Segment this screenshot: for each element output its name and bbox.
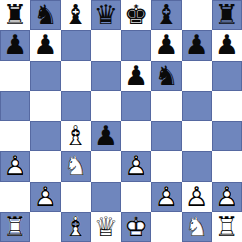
piece-outline: ♘ xyxy=(182,212,212,242)
square-h2[interactable]: ♟♙ xyxy=(212,182,242,212)
piece-black-queen[interactable]: ♛ xyxy=(91,0,121,30)
piece-black-pawn[interactable]: ♟ xyxy=(0,30,30,60)
piece-outline: ♙ xyxy=(151,182,181,212)
square-f8[interactable]: ♝ xyxy=(151,0,181,30)
square-f3[interactable] xyxy=(151,151,181,181)
square-e3[interactable]: ♟♙ xyxy=(121,151,151,181)
square-d1[interactable]: ♛♕ xyxy=(91,212,121,242)
square-f5[interactable] xyxy=(151,91,181,121)
square-b1[interactable] xyxy=(30,212,60,242)
square-c7[interactable] xyxy=(61,30,91,60)
piece-black-rook[interactable]: ♜ xyxy=(0,0,30,30)
square-c2[interactable] xyxy=(61,182,91,212)
square-g4[interactable] xyxy=(182,121,212,151)
square-e7[interactable] xyxy=(121,30,151,60)
piece-black-pawn[interactable]: ♟ xyxy=(212,30,242,60)
piece-outline: ♙ xyxy=(212,182,242,212)
piece-outline: ♙ xyxy=(182,182,212,212)
piece-black-bishop[interactable]: ♝ xyxy=(151,0,181,30)
square-e5[interactable] xyxy=(121,91,151,121)
square-h6[interactable] xyxy=(212,61,242,91)
piece-black-rook[interactable]: ♜ xyxy=(212,0,242,30)
piece-black-bishop[interactable]: ♝ xyxy=(61,0,91,30)
piece-black-king[interactable]: ♚ xyxy=(121,0,151,30)
square-e1[interactable]: ♚♔ xyxy=(121,212,151,242)
square-c8[interactable]: ♝ xyxy=(61,0,91,30)
square-d8[interactable]: ♛ xyxy=(91,0,121,30)
square-b3[interactable] xyxy=(30,151,60,181)
square-e6[interactable]: ♟ xyxy=(121,61,151,91)
square-g1[interactable]: ♞♘ xyxy=(182,212,212,242)
square-b6[interactable] xyxy=(30,61,60,91)
square-h7[interactable]: ♟ xyxy=(212,30,242,60)
piece-black-knight[interactable]: ♞ xyxy=(151,61,181,91)
piece-black-knight[interactable]: ♞ xyxy=(30,0,60,30)
piece-black-pawn[interactable]: ♟ xyxy=(121,61,151,91)
square-d7[interactable] xyxy=(91,30,121,60)
piece-outline: ♔ xyxy=(121,212,151,242)
piece-white-pawn[interactable]: ♟♙ xyxy=(121,151,151,181)
square-g6[interactable] xyxy=(182,61,212,91)
square-b7[interactable]: ♟ xyxy=(30,30,60,60)
square-c1[interactable]: ♝♗ xyxy=(61,212,91,242)
piece-white-queen[interactable]: ♛♕ xyxy=(91,212,121,242)
square-c3[interactable]: ♞♘ xyxy=(61,151,91,181)
square-e2[interactable] xyxy=(121,182,151,212)
piece-white-pawn[interactable]: ♟♙ xyxy=(212,182,242,212)
square-h5[interactable] xyxy=(212,91,242,121)
square-a8[interactable]: ♜ xyxy=(0,0,30,30)
square-a2[interactable] xyxy=(0,182,30,212)
square-b5[interactable] xyxy=(30,91,60,121)
piece-white-pawn[interactable]: ♟♙ xyxy=(0,151,30,181)
square-f2[interactable]: ♟♙ xyxy=(151,182,181,212)
square-g7[interactable]: ♟ xyxy=(182,30,212,60)
piece-black-pawn[interactable]: ♟ xyxy=(182,30,212,60)
square-g3[interactable] xyxy=(182,151,212,181)
square-g2[interactable]: ♟♙ xyxy=(182,182,212,212)
square-f6[interactable]: ♞ xyxy=(151,61,181,91)
piece-outline: ♖ xyxy=(212,212,242,242)
square-a4[interactable] xyxy=(0,121,30,151)
piece-black-pawn[interactable]: ♟ xyxy=(91,121,121,151)
piece-white-knight[interactable]: ♞♘ xyxy=(182,212,212,242)
piece-outline: ♕ xyxy=(91,212,121,242)
square-c6[interactable] xyxy=(61,61,91,91)
square-f4[interactable] xyxy=(151,121,181,151)
square-c4[interactable]: ♝♗ xyxy=(61,121,91,151)
square-d5[interactable] xyxy=(91,91,121,121)
square-e4[interactable] xyxy=(121,121,151,151)
square-d4[interactable]: ♟ xyxy=(91,121,121,151)
square-h1[interactable]: ♜♖ xyxy=(212,212,242,242)
piece-outline: ♗ xyxy=(61,212,91,242)
piece-outline: ♙ xyxy=(30,182,60,212)
piece-outline: ♙ xyxy=(0,151,30,181)
square-d2[interactable] xyxy=(91,182,121,212)
piece-white-bishop[interactable]: ♝♗ xyxy=(61,121,91,151)
square-a5[interactable] xyxy=(0,91,30,121)
square-h8[interactable]: ♜ xyxy=(212,0,242,30)
square-f1[interactable] xyxy=(151,212,181,242)
piece-white-pawn[interactable]: ♟♙ xyxy=(30,182,60,212)
square-h4[interactable] xyxy=(212,121,242,151)
square-b8[interactable]: ♞ xyxy=(30,0,60,30)
piece-outline: ♘ xyxy=(61,151,91,181)
square-f7[interactable]: ♟ xyxy=(151,30,181,60)
square-c5[interactable] xyxy=(61,91,91,121)
square-g8[interactable] xyxy=(182,0,212,30)
square-g5[interactable] xyxy=(182,91,212,121)
square-b2[interactable]: ♟♙ xyxy=(30,182,60,212)
piece-white-pawn[interactable]: ♟♙ xyxy=(182,182,212,212)
piece-white-rook[interactable]: ♜♖ xyxy=(0,212,30,242)
square-d6[interactable] xyxy=(91,61,121,91)
piece-outline: ♗ xyxy=(61,121,91,151)
piece-white-bishop[interactable]: ♝♗ xyxy=(61,212,91,242)
piece-white-pawn[interactable]: ♟♙ xyxy=(151,182,181,212)
piece-white-rook[interactable]: ♜♖ xyxy=(212,212,242,242)
square-d3[interactable] xyxy=(91,151,121,181)
piece-black-pawn[interactable]: ♟ xyxy=(30,30,60,60)
piece-black-pawn[interactable]: ♟ xyxy=(151,30,181,60)
square-e8[interactable]: ♚ xyxy=(121,0,151,30)
square-a1[interactable]: ♜♖ xyxy=(0,212,30,242)
piece-white-knight[interactable]: ♞♘ xyxy=(61,151,91,181)
square-h3[interactable] xyxy=(212,151,242,181)
chess-board: ♜♞♝♛♚♝♜♟♟♟♟♟♟♞♝♗♟♟♙♞♘♟♙♟♙♟♙♟♙♟♙♜♖♝♗♛♕♚♔♞… xyxy=(0,0,242,242)
piece-outline: ♙ xyxy=(121,151,151,181)
square-a6[interactable] xyxy=(0,61,30,91)
square-b4[interactable] xyxy=(30,121,60,151)
piece-outline: ♖ xyxy=(0,212,30,242)
piece-white-king[interactable]: ♚♔ xyxy=(121,212,151,242)
square-a3[interactable]: ♟♙ xyxy=(0,151,30,181)
square-a7[interactable]: ♟ xyxy=(0,30,30,60)
